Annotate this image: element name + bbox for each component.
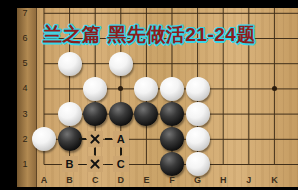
row-label-3: 3 (18, 109, 32, 120)
go-app-frame: ABC 兰之篇 黑先做活21-24题 7654321ABCDEFGHJK (0, 0, 298, 190)
x-mark-C1 (87, 156, 103, 172)
dash-connector-C2-D2 (105, 138, 112, 140)
white-stone-G2[interactable] (186, 127, 210, 151)
x-mark-C2 (87, 131, 103, 147)
white-stone-G3[interactable] (186, 102, 210, 126)
row-label-2: 2 (18, 134, 32, 145)
column-label-B: B (62, 175, 78, 186)
white-stone-C4[interactable] (83, 77, 107, 101)
column-label-K: K (266, 175, 282, 186)
column-label-A: A (36, 175, 52, 186)
black-stone-E3[interactable] (134, 102, 158, 126)
dash-connector-C1-D1 (105, 164, 112, 166)
white-stone-F4[interactable] (160, 77, 184, 101)
dash-connector-B1-C1 (79, 164, 86, 166)
black-stone-F1[interactable] (160, 152, 184, 176)
white-stone-A2[interactable] (32, 127, 56, 151)
row-label-7: 7 (18, 8, 32, 19)
white-stone-B5[interactable] (58, 52, 82, 76)
column-label-G: G (190, 175, 206, 186)
problem-title: 兰之篇 黑先做活21-24题 (43, 22, 256, 48)
row-label-1: 1 (18, 159, 32, 170)
black-stone-F3[interactable] (160, 102, 184, 126)
black-stone-D3[interactable] (109, 102, 133, 126)
move-label-A-D2[interactable]: A (113, 131, 129, 147)
column-label-J: J (241, 175, 257, 186)
white-stone-D5[interactable] (109, 52, 133, 76)
column-label-E: E (138, 175, 154, 186)
move-label-C-D1[interactable]: C (113, 156, 129, 172)
black-stone-C3[interactable] (83, 102, 107, 126)
row-label-4: 4 (18, 83, 32, 94)
column-label-C: C (87, 175, 103, 186)
white-stone-G1[interactable] (186, 152, 210, 176)
row-label-5: 5 (18, 58, 32, 69)
white-stone-G4[interactable] (186, 77, 210, 101)
column-label-H: H (215, 175, 231, 186)
dash-connector-C2-C1 (94, 148, 96, 155)
black-stone-F2[interactable] (160, 127, 184, 151)
white-stone-E4[interactable] (134, 77, 158, 101)
row-label-6: 6 (18, 33, 32, 44)
dash-connector-D2-D1 (120, 148, 122, 155)
dash-connector-B2-C2 (79, 138, 86, 140)
white-stone-B3[interactable] (58, 102, 82, 126)
column-label-D: D (113, 175, 129, 186)
move-label-B-B1[interactable]: B (62, 156, 78, 172)
column-label-F: F (164, 175, 180, 186)
